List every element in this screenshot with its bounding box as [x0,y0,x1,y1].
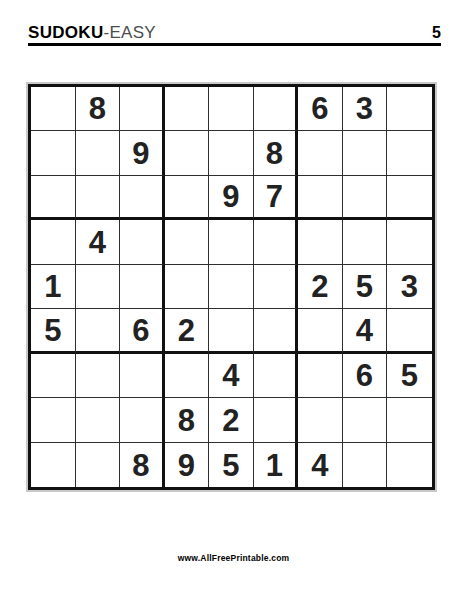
cell-r3c1 [31,176,76,221]
cell-r5c3 [120,265,165,310]
cell-r3c5: 9 [209,176,254,221]
cell-r9c5: 5 [209,443,254,488]
cell-r9c1 [31,443,76,488]
cell-r1c8: 3 [343,87,388,132]
cell-r8c6 [254,398,299,443]
cell-r8c3 [120,398,165,443]
page: SUDOKU-EASY 5 86398974125356244658289514… [0,24,467,490]
cell-r6c2 [76,309,121,354]
cell-r9c2 [76,443,121,488]
cell-r8c7 [298,398,343,443]
title-bold: SUDOKU [28,23,103,42]
cell-r3c9 [387,176,432,221]
cell-r5c4 [165,265,210,310]
cell-r4c8 [343,220,388,265]
cell-r4c2: 4 [76,220,121,265]
cell-r5c9: 3 [387,265,432,310]
cell-r3c7 [298,176,343,221]
cell-r8c2 [76,398,121,443]
cell-r3c4 [165,176,210,221]
cell-r6c8: 4 [343,309,388,354]
cell-r3c3 [120,176,165,221]
cell-r4c3 [120,220,165,265]
cell-r2c2 [76,131,121,176]
cell-r2c9 [387,131,432,176]
cell-r6c5 [209,309,254,354]
cell-r7c2 [76,354,121,399]
cell-r6c3: 6 [120,309,165,354]
title-suffix: -EASY [103,23,156,42]
cell-r1c4 [165,87,210,132]
cell-r2c5 [209,131,254,176]
cell-r9c4: 9 [165,443,210,488]
cell-r4c9 [387,220,432,265]
cell-r8c4: 8 [165,398,210,443]
cell-r5c2 [76,265,121,310]
cell-r4c1 [31,220,76,265]
header: SUDOKU-EASY 5 [28,24,441,46]
cell-r7c3 [120,354,165,399]
cell-r2c7 [298,131,343,176]
cell-r1c1 [31,87,76,132]
cell-r9c9 [387,443,432,488]
cell-r1c2: 8 [76,87,121,132]
cell-r1c5 [209,87,254,132]
cell-r8c8 [343,398,388,443]
cell-r2c8 [343,131,388,176]
cell-r1c3 [120,87,165,132]
cell-r5c7: 2 [298,265,343,310]
cell-r5c6 [254,265,299,310]
cell-r5c1: 1 [31,265,76,310]
cell-r7c1 [31,354,76,399]
cell-r6c1: 5 [31,309,76,354]
cell-r7c6 [254,354,299,399]
cell-r3c8 [343,176,388,221]
cell-r2c1 [31,131,76,176]
cell-r4c5 [209,220,254,265]
cell-r1c9 [387,87,432,132]
cell-r9c3: 8 [120,443,165,488]
cell-r5c5 [209,265,254,310]
cell-r1c7: 6 [298,87,343,132]
cell-r7c4 [165,354,210,399]
page-title: SUDOKU-EASY [28,24,156,42]
cell-r4c6 [254,220,299,265]
sudoku-board: 86398974125356244658289514 [28,84,435,491]
cell-r8c9 [387,398,432,443]
page-number: 5 [432,25,441,42]
cell-r4c7 [298,220,343,265]
cell-r6c4: 2 [165,309,210,354]
cell-r9c6: 1 [254,443,299,488]
cell-r6c9 [387,309,432,354]
cell-r7c7 [298,354,343,399]
cell-r8c5: 2 [209,398,254,443]
cell-r1c6 [254,87,299,132]
cell-r7c9: 5 [387,354,432,399]
cell-r8c1 [31,398,76,443]
cell-r2c6: 8 [254,131,299,176]
cell-r9c8 [343,443,388,488]
footer-url: www.AllFreePrintable.com [0,553,467,563]
cell-r5c8: 5 [343,265,388,310]
cell-r7c5: 4 [209,354,254,399]
cell-r2c4 [165,131,210,176]
cell-r7c8: 6 [343,354,388,399]
cell-r3c6: 7 [254,176,299,221]
cell-r4c4 [165,220,210,265]
cell-r9c7: 4 [298,443,343,488]
cell-r3c2 [76,176,121,221]
cell-r6c7 [298,309,343,354]
cell-r2c3: 9 [120,131,165,176]
cell-r6c6 [254,309,299,354]
